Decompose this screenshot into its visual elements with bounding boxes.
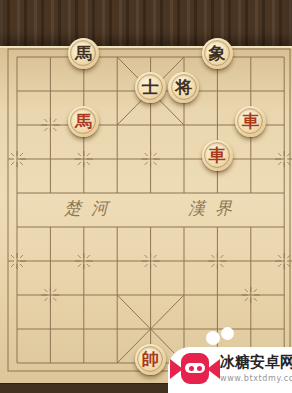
watermark-banner: 冰糖安卓网 www.btxtdmy.com: [168, 347, 292, 393]
gamepad-eye-icon: [189, 366, 194, 371]
candy-gamepad-icon: [170, 350, 220, 390]
piece-character: 車: [202, 140, 233, 171]
piece-black-general[interactable]: 将: [168, 72, 199, 103]
piece-red-chariot[interactable]: 車: [202, 140, 233, 171]
piece-character: 馬: [68, 38, 99, 69]
piece-black-advisor[interactable]: 士: [135, 72, 166, 103]
watermark-url: www.btxtdmy.com: [220, 374, 292, 383]
watermark-ear-icon: [206, 331, 220, 345]
piece-character: 将: [168, 72, 199, 103]
watermark-ear-icon: [221, 327, 234, 340]
piece-character: 帥: [135, 344, 166, 375]
piece-red-general[interactable]: 帥: [135, 344, 166, 375]
piece-red-horse[interactable]: 馬: [68, 106, 99, 137]
piece-black-horse[interactable]: 馬: [68, 38, 99, 69]
piece-character: 象: [202, 38, 233, 69]
watermark-text: 冰糖安卓网 www.btxtdmy.com: [220, 353, 292, 383]
gamepad-eye-icon: [197, 366, 202, 371]
pieces-layer: 馬象士将馬車車帥: [0, 40, 292, 380]
piece-red-chariot[interactable]: 車: [235, 106, 266, 137]
xiangqi-app-screen: 楚河 漢界 馬象士将馬車車帥 冰糖安卓网 www.btxtdmy.com: [0, 0, 292, 393]
watermark-site-name: 冰糖安卓网: [220, 353, 292, 371]
piece-character: 馬: [68, 106, 99, 137]
piece-black-elephant[interactable]: 象: [202, 38, 233, 69]
piece-character: 士: [135, 72, 166, 103]
plus-icon: [177, 355, 179, 362]
piece-character: 車: [235, 106, 266, 137]
